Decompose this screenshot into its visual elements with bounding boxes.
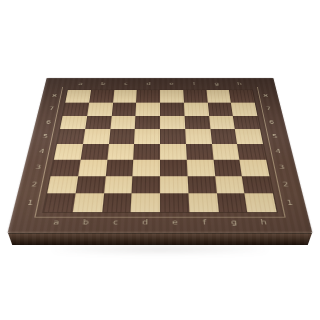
square-d5 <box>134 129 160 144</box>
square-b2 <box>75 176 105 194</box>
square-c7 <box>111 102 136 115</box>
square-h6 <box>233 116 260 130</box>
square-f8 <box>183 90 207 102</box>
square-e6 <box>160 116 185 130</box>
square-b1 <box>73 194 104 213</box>
board-front-edge <box>8 233 312 245</box>
square-e8 <box>160 90 184 102</box>
coord-label-3-right: 3 <box>266 160 298 176</box>
coord-label-f-top: f <box>182 78 206 90</box>
coord-label-1-right: 1 <box>273 194 307 213</box>
coord-label-5-left: 5 <box>30 129 60 144</box>
square-a6 <box>60 116 87 130</box>
square-a1 <box>43 194 75 213</box>
coord-label-2-left: 2 <box>18 176 51 194</box>
square-c5 <box>109 129 135 144</box>
square-c1 <box>102 194 132 213</box>
square-b6 <box>85 116 111 130</box>
square-a3 <box>51 160 81 176</box>
file-labels-bottom: abcdefgh <box>39 212 281 233</box>
square-d3 <box>133 160 160 176</box>
square-g7 <box>207 102 233 115</box>
coord-label-e-top: e <box>160 78 183 90</box>
square-b8 <box>89 90 114 102</box>
square-b5 <box>83 129 110 144</box>
square-a8 <box>65 90 91 102</box>
square-a2 <box>47 176 78 194</box>
coord-label-c-bottom: c <box>100 212 131 233</box>
coord-label-4-left: 4 <box>26 144 57 160</box>
coord-label-c-top: c <box>114 78 138 90</box>
file-labels-top: abcdefgh <box>68 78 252 90</box>
coord-label-6-left: 6 <box>34 116 63 130</box>
square-g8 <box>206 90 231 102</box>
coord-label-b-top: b <box>91 78 115 90</box>
coord-label-8-right: 8 <box>252 90 279 102</box>
square-g5 <box>210 129 237 144</box>
square-h5 <box>235 129 263 144</box>
coord-label-6-right: 6 <box>257 116 286 130</box>
square-a4 <box>54 144 83 160</box>
square-f1 <box>188 194 218 213</box>
coord-label-5-right: 5 <box>260 129 290 144</box>
square-e3 <box>160 160 187 176</box>
square-g1 <box>216 194 247 213</box>
coord-label-h-top: h <box>227 78 252 90</box>
square-f7 <box>184 102 209 115</box>
coord-label-e-bottom: e <box>160 212 190 233</box>
square-d4 <box>133 144 160 160</box>
square-h1 <box>245 194 277 213</box>
square-a7 <box>63 102 89 115</box>
square-d8 <box>136 90 160 102</box>
chessboard-product-photo: abcdefgh abcdefgh 87654321 87654321 <box>0 0 320 320</box>
coord-label-g-top: g <box>205 78 229 90</box>
coord-label-7-right: 7 <box>255 102 283 115</box>
square-g2 <box>215 176 245 194</box>
square-f5 <box>185 129 211 144</box>
square-h3 <box>240 160 270 176</box>
square-c4 <box>107 144 134 160</box>
coord-label-7-left: 7 <box>37 102 65 115</box>
square-b4 <box>80 144 108 160</box>
square-g4 <box>212 144 240 160</box>
square-c6 <box>110 116 136 130</box>
square-e5 <box>160 129 186 144</box>
square-e4 <box>160 144 187 160</box>
coord-label-a-top: a <box>68 78 93 90</box>
square-f3 <box>187 160 215 176</box>
coord-label-b-bottom: b <box>69 212 101 233</box>
square-d6 <box>135 116 160 130</box>
square-f6 <box>184 116 210 130</box>
square-h8 <box>229 90 255 102</box>
square-d7 <box>136 102 160 115</box>
square-e1 <box>160 194 189 213</box>
square-e2 <box>160 176 188 194</box>
square-e7 <box>160 102 184 115</box>
coord-label-2-right: 2 <box>269 176 302 194</box>
square-c2 <box>104 176 133 194</box>
square-h7 <box>231 102 257 115</box>
square-g6 <box>209 116 235 130</box>
coord-label-d-bottom: d <box>130 212 160 233</box>
coord-label-h-bottom: h <box>247 212 280 233</box>
square-f4 <box>186 144 213 160</box>
square-g3 <box>213 160 242 176</box>
square-b7 <box>87 102 113 115</box>
coord-label-8-left: 8 <box>40 90 67 102</box>
square-b3 <box>78 160 107 176</box>
square-d1 <box>131 194 160 213</box>
playing-field <box>43 90 276 212</box>
coord-label-d-top: d <box>137 78 160 90</box>
square-h4 <box>237 144 266 160</box>
coord-label-a-bottom: a <box>39 212 72 233</box>
square-c8 <box>113 90 137 102</box>
board-shadow <box>52 246 268 253</box>
chessboard: abcdefgh abcdefgh 87654321 87654321 <box>8 78 313 233</box>
square-d2 <box>132 176 160 194</box>
coord-label-4-right: 4 <box>263 144 294 160</box>
square-f2 <box>187 176 216 194</box>
coord-label-3-left: 3 <box>22 160 54 176</box>
square-c3 <box>105 160 133 176</box>
square-a5 <box>57 129 85 144</box>
coord-label-1-left: 1 <box>13 194 47 213</box>
square-h2 <box>242 176 273 194</box>
coord-label-f-bottom: f <box>189 212 220 233</box>
coord-label-g-bottom: g <box>218 212 250 233</box>
